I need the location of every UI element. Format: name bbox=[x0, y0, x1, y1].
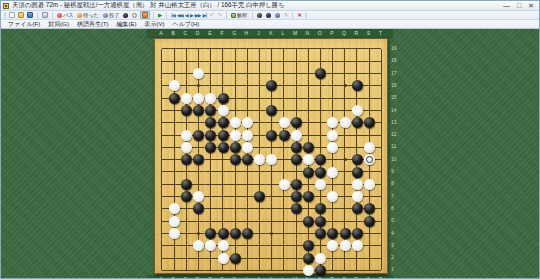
board-cell-J14[interactable] bbox=[253, 104, 265, 116]
board-cell-Q15[interactable] bbox=[339, 92, 351, 104]
board-cell-F7[interactable] bbox=[217, 190, 229, 202]
board-cell-L11[interactable] bbox=[278, 141, 290, 153]
board-cell-K17[interactable] bbox=[266, 67, 278, 79]
board-cell-T13[interactable] bbox=[375, 117, 387, 129]
open-file-button[interactable] bbox=[17, 11, 25, 19]
board-cell-L7[interactable] bbox=[278, 190, 290, 202]
board-cell-A2[interactable] bbox=[156, 252, 168, 264]
board-cell-R19[interactable] bbox=[351, 43, 363, 55]
board-cell-C13[interactable] bbox=[180, 117, 192, 129]
nav-button-4[interactable]: ▶▶ bbox=[194, 11, 202, 19]
board-cell-F5[interactable] bbox=[217, 215, 229, 227]
board-cell-S2[interactable] bbox=[363, 252, 375, 264]
board-cell-L5[interactable] bbox=[278, 215, 290, 227]
board-cell-F6[interactable] bbox=[217, 203, 229, 215]
board-cell-G14[interactable] bbox=[229, 104, 241, 116]
board-cell-K18[interactable] bbox=[266, 55, 278, 67]
board-cell-N17[interactable] bbox=[302, 67, 314, 79]
board-cell-N4[interactable] bbox=[302, 227, 314, 239]
board-cell-J3[interactable] bbox=[253, 240, 265, 252]
board-cell-N18[interactable] bbox=[302, 55, 314, 67]
board-cell-B12[interactable] bbox=[168, 129, 180, 141]
board-cell-J8[interactable] bbox=[253, 178, 265, 190]
maximize-button[interactable]: □ bbox=[517, 1, 521, 11]
board-cell-B14[interactable] bbox=[168, 104, 180, 116]
board-cell-H1[interactable] bbox=[241, 264, 253, 276]
board-cell-H17[interactable] bbox=[241, 67, 253, 79]
board-cell-E10[interactable] bbox=[205, 154, 217, 166]
board-cell-C17[interactable] bbox=[180, 67, 192, 79]
board-cell-Q8[interactable] bbox=[339, 178, 351, 190]
board-cell-N16[interactable] bbox=[302, 80, 314, 92]
board-cell-Q12[interactable] bbox=[339, 129, 351, 141]
board-cell-Q5[interactable] bbox=[339, 215, 351, 227]
board-cell-H8[interactable] bbox=[241, 178, 253, 190]
board-cell-D8[interactable] bbox=[192, 178, 204, 190]
influence-button[interactable] bbox=[265, 11, 273, 19]
board-cell-G15[interactable] bbox=[229, 92, 241, 104]
board-cell-N14[interactable] bbox=[302, 104, 314, 116]
board-cell-S9[interactable] bbox=[363, 166, 375, 178]
board-cell-L18[interactable] bbox=[278, 55, 290, 67]
board-cell-M15[interactable] bbox=[290, 92, 302, 104]
column-label-A: A bbox=[156, 29, 166, 37]
board-cell-C19[interactable] bbox=[180, 43, 192, 55]
board-cell-H7[interactable] bbox=[241, 190, 253, 202]
board-cell-B9[interactable] bbox=[168, 166, 180, 178]
board-cell-O14[interactable] bbox=[314, 104, 326, 116]
board-cell-E1[interactable] bbox=[205, 264, 217, 276]
board-cell-T1[interactable] bbox=[375, 264, 387, 276]
board-cell-K7[interactable] bbox=[266, 190, 278, 202]
row-label-6: 6 bbox=[391, 205, 403, 211]
save-button[interactable] bbox=[26, 11, 34, 19]
board-cell-G8[interactable] bbox=[229, 178, 241, 190]
board-cell-G19[interactable] bbox=[229, 43, 241, 55]
menu-item-2[interactable]: 棋譜再生(T) bbox=[73, 20, 113, 29]
board-cell-D9[interactable] bbox=[192, 166, 204, 178]
board-cell-H3[interactable] bbox=[241, 240, 253, 252]
board-cell-J15[interactable] bbox=[253, 92, 265, 104]
app-icon bbox=[3, 3, 9, 9]
stone-black-C8 bbox=[181, 179, 192, 190]
board-cell-O18[interactable] bbox=[314, 55, 326, 67]
board-cell-P2[interactable] bbox=[327, 252, 339, 264]
board-cell-B3[interactable] bbox=[168, 240, 180, 252]
nav-button-5[interactable]: ▶| bbox=[202, 11, 208, 19]
stone-white-N1 bbox=[303, 265, 314, 276]
board-cell-J5[interactable] bbox=[253, 215, 265, 227]
board-cell-O15[interactable] bbox=[314, 92, 326, 104]
column-label-Q: Q bbox=[339, 29, 349, 37]
board-cell-L14[interactable] bbox=[278, 104, 290, 116]
board-cell-P5[interactable] bbox=[327, 215, 339, 227]
board-cell-A11[interactable] bbox=[156, 141, 168, 153]
board-cell-J1[interactable] bbox=[253, 264, 265, 276]
board-cell-P8[interactable] bbox=[327, 178, 339, 190]
board-cell-S19[interactable] bbox=[363, 43, 375, 55]
board-cell-M17[interactable] bbox=[290, 67, 302, 79]
column-label-M: M bbox=[290, 29, 300, 37]
resign-button[interactable]: 投了 bbox=[102, 11, 121, 19]
board-cell-K19[interactable] bbox=[266, 43, 278, 55]
board-cell-K13[interactable] bbox=[266, 117, 278, 129]
menu-item-3[interactable]: 編集(E) bbox=[113, 20, 141, 29]
board-cell-M14[interactable] bbox=[290, 104, 302, 116]
board-cell-F10[interactable] bbox=[217, 154, 229, 166]
board-cell-P14[interactable] bbox=[327, 104, 339, 116]
board-cell-J17[interactable] bbox=[253, 67, 265, 79]
board-cell-L6[interactable] bbox=[278, 203, 290, 215]
board-cell-A10[interactable] bbox=[156, 154, 168, 166]
board-cell-L16[interactable] bbox=[278, 80, 290, 92]
app-window: 天頂の囲碁 72m - 秘棋屋戦法/一方通棋屋（黒） 対 井山裕太王座（白） /… bbox=[0, 0, 540, 279]
zoom-button[interactable] bbox=[274, 11, 282, 19]
board-cell-O13[interactable] bbox=[314, 117, 326, 129]
board-cell-O3[interactable] bbox=[314, 240, 326, 252]
board-cell-A9[interactable] bbox=[156, 166, 168, 178]
board-cell-K9[interactable] bbox=[266, 166, 278, 178]
board-cell-C9[interactable] bbox=[180, 166, 192, 178]
board-cell-E5[interactable] bbox=[205, 215, 217, 227]
territory-button[interactable] bbox=[256, 11, 264, 19]
analyze-button[interactable]: 解析 bbox=[230, 11, 249, 19]
stop-button[interactable]: ✕ bbox=[296, 11, 303, 19]
board-cell-G18[interactable] bbox=[229, 55, 241, 67]
print-button[interactable] bbox=[41, 11, 49, 19]
board-cell-F8[interactable] bbox=[217, 178, 229, 190]
board-cell-D18[interactable] bbox=[192, 55, 204, 67]
board-cell-K11[interactable] bbox=[266, 141, 278, 153]
undo-move-button[interactable]: 待った bbox=[76, 11, 101, 19]
new-file-button[interactable] bbox=[8, 11, 16, 19]
board-cell-L1[interactable] bbox=[278, 264, 290, 276]
board-cell-P16[interactable] bbox=[327, 80, 339, 92]
board-cell-B18[interactable] bbox=[168, 55, 180, 67]
board-cell-P1[interactable] bbox=[327, 264, 339, 276]
board-cell-D13[interactable] bbox=[192, 117, 204, 129]
board-cell-N15[interactable] bbox=[302, 92, 314, 104]
stone-black-C7 bbox=[181, 191, 192, 202]
board-cell-R17[interactable] bbox=[351, 67, 363, 79]
board-cell-A8[interactable] bbox=[156, 178, 168, 190]
board-cell-C1[interactable] bbox=[180, 264, 192, 276]
board-cell-A19[interactable] bbox=[156, 43, 168, 55]
board-cell-K15[interactable] bbox=[266, 92, 278, 104]
board-cell-A7[interactable] bbox=[156, 190, 168, 202]
board-cell-R1[interactable] bbox=[351, 264, 363, 276]
board-cell-E2[interactable] bbox=[205, 252, 217, 264]
board-cell-Q2[interactable] bbox=[339, 252, 351, 264]
rotate-left-button[interactable]: ↶ bbox=[209, 11, 216, 19]
nav-button-1[interactable]: ◀◀ bbox=[176, 11, 184, 19]
board-cell-P18[interactable] bbox=[327, 55, 339, 67]
board-cell-S4[interactable] bbox=[363, 227, 375, 239]
board-cell-F18[interactable] bbox=[217, 55, 229, 67]
board-cell-G1[interactable] bbox=[229, 264, 241, 276]
board-cell-J18[interactable] bbox=[253, 55, 265, 67]
stone-white-F14 bbox=[218, 105, 229, 116]
board-cell-T17[interactable] bbox=[375, 67, 387, 79]
board-cell-K6[interactable] bbox=[266, 203, 278, 215]
stone-black-R13 bbox=[352, 117, 363, 128]
board-cell-S1[interactable] bbox=[363, 264, 375, 276]
board-cell-Q7[interactable] bbox=[339, 190, 351, 202]
board-cell-Q19[interactable] bbox=[339, 43, 351, 55]
board-cell-A17[interactable] bbox=[156, 67, 168, 79]
board-cell-F1[interactable] bbox=[217, 264, 229, 276]
board-cell-H16[interactable] bbox=[241, 80, 253, 92]
board-cell-L15[interactable] bbox=[278, 92, 290, 104]
board-cell-J9[interactable] bbox=[253, 166, 265, 178]
board-cell-D2[interactable] bbox=[192, 252, 204, 264]
board-cell-R5[interactable] bbox=[351, 215, 363, 227]
menu-item-4[interactable]: 表示(V) bbox=[141, 20, 169, 29]
board-cell-D19[interactable] bbox=[192, 43, 204, 55]
white-stone-button[interactable] bbox=[131, 11, 139, 19]
board-cell-A6[interactable] bbox=[156, 203, 168, 215]
board-cell-B8[interactable] bbox=[168, 178, 180, 190]
board-cell-B13[interactable] bbox=[168, 117, 180, 129]
board-cell-B2[interactable] bbox=[168, 252, 180, 264]
play-button[interactable]: ▶ bbox=[157, 11, 163, 19]
menu-item-1[interactable]: 対局(G) bbox=[44, 20, 73, 29]
board-cell-T11[interactable] bbox=[375, 141, 387, 153]
board-cell-H18[interactable] bbox=[241, 55, 253, 67]
board-cell-G9[interactable] bbox=[229, 166, 241, 178]
board-cell-C18[interactable] bbox=[180, 55, 192, 67]
board-cell-T5[interactable] bbox=[375, 215, 387, 227]
menu-item-0[interactable]: ファイル(F) bbox=[4, 20, 44, 29]
board-cell-A14[interactable] bbox=[156, 104, 168, 116]
board-cell-Q14[interactable] bbox=[339, 104, 351, 116]
board-cell-T10[interactable] bbox=[375, 154, 387, 166]
board-cell-T12[interactable] bbox=[375, 129, 387, 141]
board-cell-M5[interactable] bbox=[290, 215, 302, 227]
rotate-right-button[interactable]: ↷ bbox=[216, 11, 223, 19]
board-cell-M16[interactable] bbox=[290, 80, 302, 92]
board-cell-H6[interactable] bbox=[241, 203, 253, 215]
board-cell-C5[interactable] bbox=[180, 215, 192, 227]
board-cell-D1[interactable] bbox=[192, 264, 204, 276]
board-cell-K3[interactable] bbox=[266, 240, 278, 252]
board-cell-K5[interactable] bbox=[266, 215, 278, 227]
board-cell-K2[interactable] bbox=[266, 252, 278, 264]
board-cell-F19[interactable] bbox=[217, 43, 229, 55]
board-cell-E8[interactable] bbox=[205, 178, 217, 190]
board-cell-M1[interactable] bbox=[290, 264, 302, 276]
board-cell-B11[interactable] bbox=[168, 141, 180, 153]
board-cell-J2[interactable] bbox=[253, 252, 265, 264]
board-cell-F9[interactable] bbox=[217, 166, 229, 178]
board-cell-P17[interactable] bbox=[327, 67, 339, 79]
board-cell-D5[interactable] bbox=[192, 215, 204, 227]
board-cell-A3[interactable] bbox=[156, 240, 168, 252]
board-cell-Q11[interactable] bbox=[339, 141, 351, 153]
board-cell-T7[interactable] bbox=[375, 190, 387, 202]
board-cell-L2[interactable] bbox=[278, 252, 290, 264]
board-cell-L9[interactable] bbox=[278, 166, 290, 178]
board-cell-T6[interactable] bbox=[375, 203, 387, 215]
board-cell-J16[interactable] bbox=[253, 80, 265, 92]
board-cell-G3[interactable] bbox=[229, 240, 241, 252]
board-cell-A4[interactable] bbox=[156, 227, 168, 239]
pass-button[interactable]: パス bbox=[56, 11, 75, 19]
board-cell-A1[interactable] bbox=[156, 264, 168, 276]
board-cell-S14[interactable] bbox=[363, 104, 375, 116]
board-cell-L4[interactable] bbox=[278, 227, 290, 239]
board-cell-T18[interactable] bbox=[375, 55, 387, 67]
board-cell-J13[interactable] bbox=[253, 117, 265, 129]
board-cell-O11[interactable] bbox=[314, 141, 326, 153]
board-cell-T2[interactable] bbox=[375, 252, 387, 264]
board-cell-S17[interactable] bbox=[363, 67, 375, 79]
board-cell-T16[interactable] bbox=[375, 80, 387, 92]
board-cell-H19[interactable] bbox=[241, 43, 253, 55]
board-cell-H5[interactable] bbox=[241, 215, 253, 227]
board-cell-B17[interactable] bbox=[168, 67, 180, 79]
stone-black-E12 bbox=[205, 130, 216, 141]
close-button[interactable]: ✕ bbox=[528, 1, 534, 11]
board-cell-L19[interactable] bbox=[278, 43, 290, 55]
board-cell-L17[interactable] bbox=[278, 67, 290, 79]
board-cell-S15[interactable] bbox=[363, 92, 375, 104]
board-cell-B7[interactable] bbox=[168, 190, 180, 202]
board-cell-T9[interactable] bbox=[375, 166, 387, 178]
board-cell-R15[interactable] bbox=[351, 92, 363, 104]
board-cell-H14[interactable] bbox=[241, 104, 253, 116]
board-cell-P19[interactable] bbox=[327, 43, 339, 55]
board-cell-C16[interactable] bbox=[180, 80, 192, 92]
board-cell-G16[interactable] bbox=[229, 80, 241, 92]
board-cell-L3[interactable] bbox=[278, 240, 290, 252]
kifu-folder-button[interactable] bbox=[140, 11, 150, 19]
board-cell-M18[interactable] bbox=[290, 55, 302, 67]
board-cell-R2[interactable] bbox=[351, 252, 363, 264]
row-label-11: 11 bbox=[391, 143, 403, 149]
board-cell-B19[interactable] bbox=[168, 43, 180, 55]
board-cell-E17[interactable] bbox=[205, 67, 217, 79]
board-cell-E19[interactable] bbox=[205, 43, 217, 55]
board-cell-J12[interactable] bbox=[253, 129, 265, 141]
board-cell-O7[interactable] bbox=[314, 190, 326, 202]
board-cell-A5[interactable] bbox=[156, 215, 168, 227]
board-cell-A12[interactable] bbox=[156, 129, 168, 141]
board-cell-C2[interactable] bbox=[180, 252, 192, 264]
board-cell-A16[interactable] bbox=[156, 80, 168, 92]
board-cell-Q6[interactable] bbox=[339, 203, 351, 215]
board-cell-K1[interactable] bbox=[266, 264, 278, 276]
board-cell-D11[interactable] bbox=[192, 141, 204, 153]
minimize-button[interactable]: — bbox=[503, 1, 510, 11]
board-cell-P15[interactable] bbox=[327, 92, 339, 104]
board-cell-C6[interactable] bbox=[180, 203, 192, 215]
board-cell-G6[interactable] bbox=[229, 203, 241, 215]
menu-item-5[interactable]: ヘルプ(H) bbox=[169, 20, 204, 29]
board-cell-J19[interactable] bbox=[253, 43, 265, 55]
board-cell-Q9[interactable] bbox=[339, 166, 351, 178]
board-cell-G5[interactable] bbox=[229, 215, 241, 227]
black-stone-button[interactable] bbox=[122, 11, 130, 19]
board-cell-P6[interactable] bbox=[327, 203, 339, 215]
board-cell-M9[interactable] bbox=[290, 166, 302, 178]
board-cell-S3[interactable] bbox=[363, 240, 375, 252]
board-cell-S18[interactable] bbox=[363, 55, 375, 67]
board-cell-S16[interactable] bbox=[363, 80, 375, 92]
board-cell-E16[interactable] bbox=[205, 80, 217, 92]
board-cell-N13[interactable] bbox=[302, 117, 314, 129]
board-cell-E18[interactable] bbox=[205, 55, 217, 67]
board-cell-O16[interactable] bbox=[314, 80, 326, 92]
board-cell-M4[interactable] bbox=[290, 227, 302, 239]
board-cell-R12[interactable] bbox=[351, 129, 363, 141]
board-cell-T14[interactable] bbox=[375, 104, 387, 116]
board-cell-E7[interactable] bbox=[205, 190, 217, 202]
go-board[interactable] bbox=[154, 38, 388, 274]
board-cell-T8[interactable] bbox=[375, 178, 387, 190]
board-cell-R11[interactable] bbox=[351, 141, 363, 153]
board-cell-G7[interactable] bbox=[229, 190, 241, 202]
stone-white-C12 bbox=[181, 130, 192, 141]
board-cell-A18[interactable] bbox=[156, 55, 168, 67]
board-cell-H9[interactable] bbox=[241, 166, 253, 178]
edit-button[interactable]: ✎ bbox=[283, 11, 290, 19]
board-cell-L10[interactable] bbox=[278, 154, 290, 166]
board-cell-H2[interactable] bbox=[241, 252, 253, 264]
board-cell-T19[interactable] bbox=[375, 43, 387, 55]
board-cell-P10[interactable] bbox=[327, 154, 339, 166]
board-cell-F16[interactable] bbox=[217, 80, 229, 92]
board-cell-Q17[interactable] bbox=[339, 67, 351, 79]
kifu-folder-icon bbox=[142, 12, 148, 18]
board-cell-O12[interactable] bbox=[314, 129, 326, 141]
board-cell-Q1[interactable] bbox=[339, 264, 351, 276]
board-cell-O19[interactable] bbox=[314, 43, 326, 55]
board-cell-M3[interactable] bbox=[290, 240, 302, 252]
board-cell-S12[interactable] bbox=[363, 129, 375, 141]
board-cell-Q18[interactable] bbox=[339, 55, 351, 67]
board-cell-S7[interactable] bbox=[363, 190, 375, 202]
board-cell-N19[interactable] bbox=[302, 43, 314, 55]
board-cell-A13[interactable] bbox=[156, 117, 168, 129]
board-cell-N6[interactable] bbox=[302, 203, 314, 215]
board-cell-J11[interactable] bbox=[253, 141, 265, 153]
board-cell-C3[interactable] bbox=[180, 240, 192, 252]
board-cell-E6[interactable] bbox=[205, 203, 217, 215]
board-cell-B10[interactable] bbox=[168, 154, 180, 166]
toolbar-grip bbox=[4, 12, 6, 19]
board-cell-E9[interactable] bbox=[205, 166, 217, 178]
board-cell-R18[interactable] bbox=[351, 55, 363, 67]
board-cell-T15[interactable] bbox=[375, 92, 387, 104]
board-cell-N8[interactable] bbox=[302, 178, 314, 190]
board-cell-G17[interactable] bbox=[229, 67, 241, 79]
board-cell-C4[interactable] bbox=[180, 227, 192, 239]
board-cell-T3[interactable] bbox=[375, 240, 387, 252]
board-cell-K8[interactable] bbox=[266, 178, 278, 190]
board-cell-T4[interactable] bbox=[375, 227, 387, 239]
board-cell-F17[interactable] bbox=[217, 67, 229, 79]
board-cell-M2[interactable] bbox=[290, 252, 302, 264]
board-cell-N12[interactable] bbox=[302, 129, 314, 141]
board-cell-A15[interactable] bbox=[156, 92, 168, 104]
board-cell-J6[interactable] bbox=[253, 203, 265, 215]
nav-icon-0: |◀ bbox=[171, 13, 175, 18]
board-cell-M19[interactable] bbox=[290, 43, 302, 55]
board-cell-H15[interactable] bbox=[241, 92, 253, 104]
board-cell-B1[interactable] bbox=[168, 264, 180, 276]
board-cell-J4[interactable] bbox=[253, 227, 265, 239]
